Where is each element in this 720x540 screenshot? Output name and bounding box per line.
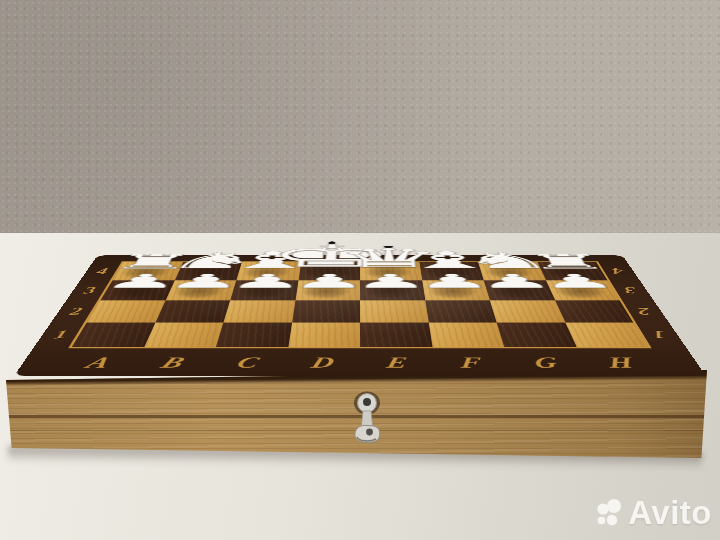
- square-g2: [490, 300, 565, 322]
- queen-black-finial: [383, 246, 393, 248]
- file-label-f: F: [461, 351, 482, 372]
- white-rook-h4: ♜: [521, 252, 613, 272]
- square-c1: [216, 323, 292, 348]
- latch-keyhole-icon: [349, 391, 385, 449]
- chess-board: ABCDEFGH 4321 4321 ♜♞♝♚♛♝♞♜♟♟♟♟♟♟♟♟: [14, 255, 706, 376]
- square-h2: [555, 300, 633, 322]
- square-b1: [144, 323, 224, 348]
- white-pawn-h3: ♟: [536, 272, 620, 291]
- file-label-d: D: [308, 351, 337, 372]
- avito-dots-icon: [594, 499, 623, 528]
- square-a2: [87, 300, 165, 322]
- square-f1: [428, 323, 504, 348]
- watermark-text: Avito: [628, 494, 712, 532]
- file-label-h: H: [606, 351, 635, 372]
- square-d1: [288, 323, 360, 348]
- avito-watermark: Avito: [594, 494, 712, 532]
- square-e1: [360, 323, 432, 348]
- square-b2: [155, 300, 230, 322]
- file-labels: ABCDEFGH: [54, 347, 666, 376]
- file-label-b: B: [157, 351, 191, 372]
- square-e2: [360, 300, 428, 322]
- square-c2: [223, 300, 295, 322]
- file-label-a: A: [81, 351, 118, 372]
- square-d2: [292, 300, 360, 322]
- wall-background: [0, 0, 720, 233]
- square-f2: [425, 300, 497, 322]
- square-h1: [565, 323, 648, 348]
- square-a1: [72, 323, 155, 348]
- square-g1: [497, 323, 577, 348]
- file-label-c: C: [233, 351, 264, 372]
- file-label-g: G: [534, 351, 558, 372]
- product-photo-scene: ABCDEFGH 4321 4321 ♜♞♝♚♛♝♞♜♟♟♟♟♟♟♟♟ Avit…: [0, 0, 720, 540]
- file-label-e: E: [385, 351, 409, 372]
